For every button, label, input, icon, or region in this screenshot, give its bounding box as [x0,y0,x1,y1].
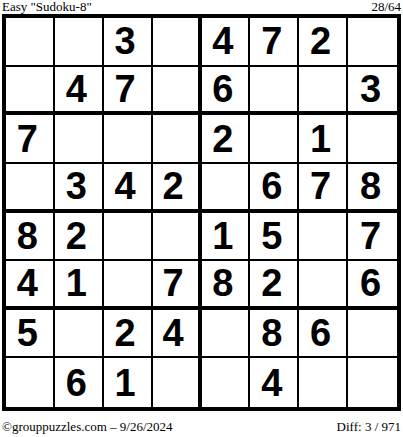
cell-r4c6[interactable]: 6 [250,164,299,213]
cell-r2c8[interactable]: 3 [348,67,397,116]
given-digit: 3 [360,70,381,108]
cell-r1c6[interactable]: 7 [250,18,299,67]
cell-r2c3[interactable]: 7 [104,67,153,116]
cell-r7c3[interactable]: 2 [104,310,153,359]
cell-r8c4[interactable] [153,358,202,407]
cell-r4c8[interactable]: 8 [348,164,397,213]
given-digit: 7 [360,217,381,255]
cell-r7c6[interactable]: 8 [250,310,299,359]
given-digit: 8 [360,167,381,205]
cell-r7c7[interactable]: 6 [299,310,348,359]
cell-r1c4[interactable] [153,18,202,67]
given-digit: 7 [162,264,183,302]
cell-r8c3[interactable]: 1 [104,358,153,407]
cell-r1c1[interactable] [6,18,55,67]
given-digit: 2 [66,217,87,255]
cell-r8c1[interactable] [6,358,55,407]
cell-r5c7[interactable] [299,213,348,262]
cell-r1c3[interactable]: 3 [104,18,153,67]
given-digit: 4 [66,70,87,108]
cell-r4c3[interactable]: 4 [104,164,153,213]
given-digit: 8 [261,314,282,352]
given-digit: 2 [212,120,233,158]
cell-r1c7[interactable]: 2 [299,18,348,67]
cell-r8c8[interactable] [348,358,397,407]
copyright-date: ©grouppuzzles.com – 9/26/2024 [2,420,173,434]
given-digit: 8 [17,217,38,255]
given-digit: 4 [162,314,183,352]
given-digit: 7 [115,70,136,108]
given-digit: 6 [360,264,381,302]
cell-r2c4[interactable] [153,67,202,116]
cell-r7c2[interactable] [55,310,104,359]
given-digit: 1 [212,217,233,255]
cell-r1c8[interactable] [348,18,397,67]
cell-r2c5[interactable]: 6 [202,67,251,116]
cell-r5c4[interactable] [153,213,202,262]
cell-r1c2[interactable] [55,18,104,67]
cell-r6c4[interactable]: 7 [153,261,202,310]
cell-r4c1[interactable] [6,164,55,213]
given-digit: 6 [261,167,282,205]
given-digit: 7 [261,22,282,60]
cell-r7c8[interactable] [348,310,397,359]
cell-r1c5[interactable]: 4 [202,18,251,67]
given-digit: 4 [261,364,282,402]
cell-r8c2[interactable]: 6 [55,358,104,407]
given-digit: 7 [310,167,331,205]
cell-r5c3[interactable] [104,213,153,262]
cell-r8c6[interactable]: 4 [250,358,299,407]
cell-r7c4[interactable]: 4 [153,310,202,359]
given-digit: 1 [66,264,87,302]
cell-r6c8[interactable]: 6 [348,261,397,310]
cell-r6c3[interactable] [104,261,153,310]
given-digit: 3 [115,22,136,60]
sudoku-page: Easy "Sudoku-8" 28/64 347247637213426788… [0,0,403,437]
given-digit: 2 [162,167,183,205]
header: Easy "Sudoku-8" 28/64 [2,0,401,14]
given-digit: 1 [115,364,136,402]
puzzle-title: Easy "Sudoku-8" [2,0,92,14]
cell-r6c2[interactable]: 1 [55,261,104,310]
cell-r7c1[interactable]: 5 [6,310,55,359]
cell-r4c4[interactable]: 2 [153,164,202,213]
given-digit: 2 [115,314,136,352]
cell-r8c5[interactable] [202,358,251,407]
given-digit: 4 [212,22,233,60]
given-digit: 8 [212,264,233,302]
cell-r5c1[interactable]: 8 [6,213,55,262]
given-digit: 6 [66,364,87,402]
cell-r5c5[interactable]: 1 [202,213,251,262]
footer: ©grouppuzzles.com – 9/26/2024 Diff: 3 / … [2,420,401,434]
cell-r2c2[interactable]: 4 [55,67,104,116]
given-digit: 2 [310,22,331,60]
cell-r4c7[interactable]: 7 [299,164,348,213]
given-digit: 6 [212,70,233,108]
cell-r6c6[interactable]: 2 [250,261,299,310]
given-digit: 6 [310,314,331,352]
cell-r3c6[interactable] [250,115,299,164]
cell-r6c7[interactable] [299,261,348,310]
difficulty-label: Diff: 3 / 971 [337,420,401,434]
cell-r6c5[interactable]: 8 [202,261,251,310]
cell-r4c2[interactable]: 3 [55,164,104,213]
cell-r8c7[interactable] [299,358,348,407]
cell-r3c7[interactable]: 1 [299,115,348,164]
given-digit: 3 [66,167,87,205]
cell-r4c5[interactable] [202,164,251,213]
cell-r3c4[interactable] [153,115,202,164]
cell-r3c1[interactable]: 7 [6,115,55,164]
cell-r3c3[interactable] [104,115,153,164]
cell-r2c1[interactable] [6,67,55,116]
sudoku-board: 347247637213426788215741782652486614 [2,14,401,411]
given-digit: 5 [17,314,38,352]
given-digit: 7 [17,120,38,158]
cell-r2c7[interactable] [299,67,348,116]
cell-r5c8[interactable]: 7 [348,213,397,262]
cell-r2c6[interactable] [250,67,299,116]
given-digit: 4 [17,264,38,302]
cell-r7c5[interactable] [202,310,251,359]
cell-r6c1[interactable]: 4 [6,261,55,310]
given-digit: 2 [261,264,282,302]
given-digit: 5 [261,217,282,255]
given-digit: 1 [310,120,331,158]
cell-counter: 28/64 [371,0,401,14]
cell-r3c8[interactable] [348,115,397,164]
given-digit: 4 [115,167,136,205]
cell-r5c2[interactable]: 2 [55,213,104,262]
cell-r3c5[interactable]: 2 [202,115,251,164]
cell-r5c6[interactable]: 5 [250,213,299,262]
cell-r3c2[interactable] [55,115,104,164]
